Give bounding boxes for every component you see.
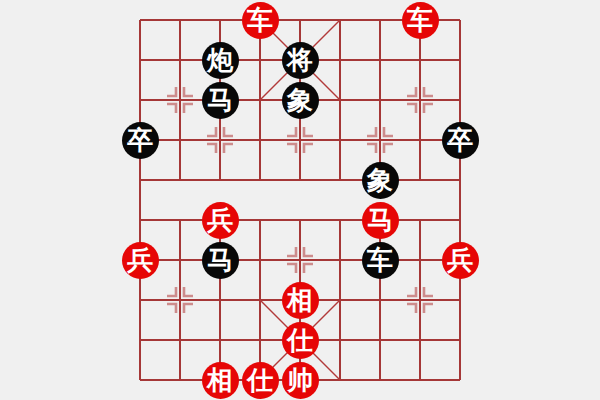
black-horse[interactable]: 马 (202, 82, 239, 119)
xiangqi-board: 车车炮将马象卒卒象兵马兵马车兵相仕相仕帅 (0, 0, 600, 400)
red-elephant[interactable]: 相 (282, 282, 319, 319)
red-chariot[interactable]: 车 (242, 2, 279, 39)
red-general[interactable]: 帅 (282, 362, 319, 399)
black-chariot[interactable]: 车 (362, 242, 399, 279)
red-horse[interactable]: 马 (362, 202, 399, 239)
black-elephant[interactable]: 象 (362, 162, 399, 199)
black-general[interactable]: 将 (282, 42, 319, 79)
red-elephant[interactable]: 相 (202, 362, 239, 399)
black-pawn[interactable]: 卒 (442, 122, 479, 159)
black-horse[interactable]: 马 (202, 242, 239, 279)
red-pawn[interactable]: 兵 (442, 242, 479, 279)
pieces-grid: 车车炮将马象卒卒象兵马兵马车兵相仕相仕帅 (120, 0, 480, 400)
black-pawn[interactable]: 卒 (122, 122, 159, 159)
red-pawn[interactable]: 兵 (202, 202, 239, 239)
red-advisor[interactable]: 仕 (282, 322, 319, 359)
black-cannon[interactable]: 炮 (202, 42, 239, 79)
black-elephant[interactable]: 象 (282, 82, 319, 119)
red-pawn[interactable]: 兵 (122, 242, 159, 279)
red-chariot[interactable]: 车 (402, 2, 439, 39)
red-advisor[interactable]: 仕 (242, 362, 279, 399)
